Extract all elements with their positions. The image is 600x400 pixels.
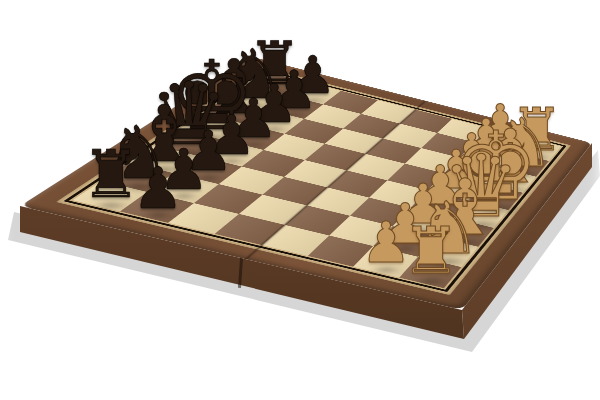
rook-icon: ♜ xyxy=(402,213,460,288)
piece-white-rook[interactable]: ♜ xyxy=(361,219,501,284)
chess-set-photo-scene: ♜♞♝♚♛♝♞♜♟♟♟♟♟♟♟♟♟♟♟♟♟♟♟♟♜♞♝♚♛♝♞♜ xyxy=(0,0,600,400)
piece-black-pawn[interactable]: ♟ xyxy=(88,160,228,217)
pawn-icon: ♟ xyxy=(132,155,183,221)
